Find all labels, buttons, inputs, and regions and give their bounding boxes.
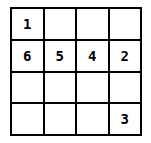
cell-r1c2[interactable] [45, 9, 76, 39]
cell-r3c3[interactable] [77, 73, 108, 103]
cell-r1c1[interactable]: 1 [12, 9, 43, 39]
cell-r3c2[interactable] [45, 73, 76, 103]
cell-r4c2[interactable] [45, 104, 76, 134]
cell-r2c4[interactable]: 2 [110, 41, 141, 71]
cell-r3c4[interactable] [110, 73, 141, 103]
cell-r4c1[interactable] [12, 104, 43, 134]
cell-r2c3[interactable]: 4 [77, 41, 108, 71]
cell-r1c3[interactable] [77, 9, 108, 39]
puzzle-grid: 165423 [10, 7, 142, 136]
cell-r1c4[interactable] [110, 9, 141, 39]
cell-r2c1[interactable]: 6 [12, 41, 43, 71]
cell-r4c3[interactable] [77, 104, 108, 134]
cell-r4c4[interactable]: 3 [110, 104, 141, 134]
cell-r3c1[interactable] [12, 73, 43, 103]
cell-r2c2[interactable]: 5 [45, 41, 76, 71]
